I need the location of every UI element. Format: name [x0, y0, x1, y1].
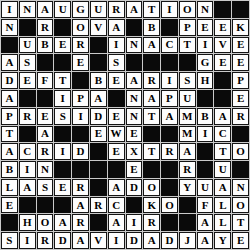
block-cell — [161, 126, 178, 143]
letter-cell[interactable]: E — [232, 54, 249, 71]
letter-cell[interactable]: R — [90, 197, 107, 214]
block-cell — [90, 54, 107, 71]
letter-cell[interactable]: E — [108, 143, 125, 160]
letter-cell[interactable]: T — [1, 126, 18, 143]
letter-cell[interactable]: J — [179, 232, 196, 249]
letter-cell[interactable]: A — [54, 214, 71, 231]
letter-cell[interactable]: G — [72, 1, 89, 18]
letter-cell[interactable]: A — [19, 179, 36, 196]
letter-cell[interactable]: E — [37, 108, 54, 125]
block-cell — [54, 54, 71, 71]
letter-cell[interactable]: E — [232, 232, 249, 249]
letter-cell[interactable]: I — [54, 90, 71, 107]
letter-cell[interactable]: A — [90, 90, 107, 107]
letter-cell[interactable]: S — [19, 54, 36, 71]
letter-cell[interactable]: R — [19, 108, 36, 125]
letter-cell[interactable]: D — [126, 232, 143, 249]
letter-cell[interactable]: I — [19, 161, 36, 178]
letter-cell[interactable]: O — [161, 197, 178, 214]
letter-cell[interactable]: A — [214, 108, 231, 125]
block-cell — [179, 197, 196, 214]
letter-cell[interactable]: P — [179, 19, 196, 36]
letter-cell[interactable]: R — [37, 143, 54, 160]
letter-cell[interactable]: O — [179, 1, 196, 18]
letter-cell[interactable]: W — [108, 126, 125, 143]
letter-cell[interactable]: I — [54, 143, 71, 160]
block-cell — [72, 72, 89, 89]
letter-cell[interactable]: E — [197, 19, 214, 36]
letter-cell[interactable]: D — [126, 179, 143, 196]
letter-cell[interactable]: E — [214, 54, 231, 71]
letter-cell[interactable]: E — [126, 126, 143, 143]
letter-cell[interactable]: R — [161, 143, 178, 160]
block-cell — [232, 126, 249, 143]
letter-cell[interactable]: A — [143, 37, 160, 54]
block-cell — [54, 197, 71, 214]
letter-cell[interactable]: I — [108, 37, 125, 54]
block-cell — [179, 54, 196, 71]
letter-cell[interactable]: I — [197, 37, 214, 54]
letter-cell[interactable]: R — [232, 108, 249, 125]
letter-cell[interactable]: N — [232, 179, 249, 196]
letter-cell[interactable]: Y — [214, 232, 231, 249]
letter-cell[interactable]: A — [143, 90, 160, 107]
block-cell — [37, 90, 54, 107]
letter-cell[interactable]: A — [108, 19, 125, 36]
letter-cell[interactable]: D — [54, 232, 71, 249]
letter-cell[interactable]: F — [37, 72, 54, 89]
letter-cell[interactable]: A — [126, 1, 143, 18]
block-cell — [37, 197, 54, 214]
block-cell — [214, 72, 231, 89]
block-cell — [19, 197, 36, 214]
letter-cell[interactable]: O — [232, 197, 249, 214]
letter-cell[interactable]: B — [197, 108, 214, 125]
letter-cell[interactable]: A — [1, 90, 18, 107]
letter-cell[interactable]: R — [37, 232, 54, 249]
letter-cell[interactable]: C — [19, 143, 36, 160]
letter-cell[interactable]: A — [143, 232, 160, 249]
letter-cell[interactable]: A — [197, 232, 214, 249]
letter-cell[interactable]: A — [37, 1, 54, 18]
letter-cell[interactable]: S — [1, 232, 18, 249]
letter-cell[interactable]: G — [197, 54, 214, 71]
letter-cell[interactable]: N — [197, 1, 214, 18]
letter-cell[interactable]: A — [214, 179, 231, 196]
letter-cell[interactable]: N — [126, 90, 143, 107]
letter-cell[interactable]: B — [37, 37, 54, 54]
letter-cell[interactable]: R — [108, 1, 125, 18]
letter-cell[interactable]: R — [143, 214, 160, 231]
crossword-board: INAUGURATIONNROVABPEEKUBERINACTIVEASESGE… — [0, 0, 250, 250]
letter-cell[interactable]: E — [232, 37, 249, 54]
letter-cell[interactable]: I — [126, 214, 143, 231]
letter-cell[interactable]: T — [143, 1, 160, 18]
block-cell — [126, 54, 143, 71]
letter-cell[interactable]: N — [37, 161, 54, 178]
block-cell — [143, 54, 160, 71]
block-cell — [126, 19, 143, 36]
letter-cell[interactable]: E — [126, 161, 143, 178]
letter-cell[interactable]: M — [179, 108, 196, 125]
letter-cell[interactable]: E — [108, 108, 125, 125]
letter-cell[interactable]: R — [179, 161, 196, 178]
letter-cell[interactable]: R — [72, 37, 89, 54]
letter-cell[interactable]: P — [232, 72, 249, 89]
block-cell — [161, 19, 178, 36]
block-cell — [214, 90, 231, 107]
letter-cell[interactable]: R — [37, 19, 54, 36]
letter-cell[interactable]: E — [90, 126, 107, 143]
letter-cell[interactable]: F — [197, 197, 214, 214]
letter-cell[interactable]: V — [214, 37, 231, 54]
letter-cell[interactable]: R — [72, 214, 89, 231]
letter-cell[interactable]: A — [179, 143, 196, 160]
block-cell — [1, 37, 18, 54]
block-cell — [108, 90, 125, 107]
letter-cell[interactable]: E — [108, 72, 125, 89]
letter-cell[interactable]: O — [232, 143, 249, 160]
letter-cell[interactable]: A — [72, 197, 89, 214]
block-cell — [90, 214, 107, 231]
letter-cell[interactable]: T — [179, 37, 196, 54]
block-cell — [54, 161, 71, 178]
letter-cell[interactable]: O — [72, 19, 89, 36]
letter-cell[interactable]: R — [143, 72, 160, 89]
letter-cell[interactable]: A — [161, 108, 178, 125]
letter-cell[interactable]: P — [161, 90, 178, 107]
letter-cell[interactable]: T — [143, 143, 160, 160]
letter-cell[interactable]: A — [108, 214, 125, 231]
letter-cell[interactable]: Y — [179, 179, 196, 196]
letter-cell[interactable]: T — [143, 108, 160, 125]
block-cell — [143, 126, 160, 143]
letter-cell[interactable]: A — [37, 126, 54, 143]
letter-cell[interactable]: E — [1, 197, 18, 214]
letter-cell[interactable]: V — [90, 19, 107, 36]
block-cell — [161, 214, 178, 231]
letter-cell[interactable]: E — [54, 179, 71, 196]
letter-cell[interactable]: I — [108, 232, 125, 249]
letter-cell[interactable]: S — [179, 72, 196, 89]
block-cell — [179, 214, 196, 231]
block-cell — [126, 197, 143, 214]
letter-cell[interactable]: T — [232, 214, 249, 231]
block-cell — [108, 161, 125, 178]
block-cell — [197, 143, 214, 160]
letter-cell[interactable]: N — [19, 1, 36, 18]
block-cell — [197, 161, 214, 178]
letter-cell[interactable]: U — [214, 161, 231, 178]
block-cell — [72, 161, 89, 178]
letter-cell[interactable]: U — [19, 37, 36, 54]
letter-cell[interactable]: H — [19, 214, 36, 231]
letter-cell[interactable]: I — [161, 72, 178, 89]
letter-cell[interactable]: I — [197, 126, 214, 143]
block-cell — [54, 126, 71, 143]
letter-cell[interactable]: E — [54, 37, 71, 54]
letter-cell[interactable]: A — [1, 54, 18, 71]
block-cell — [19, 90, 36, 107]
letter-cell[interactable]: A — [108, 179, 125, 196]
letter-cell[interactable]: U — [197, 179, 214, 196]
letter-cell[interactable]: K — [232, 19, 249, 36]
letter-cell[interactable]: I — [161, 1, 178, 18]
block-cell — [90, 179, 107, 196]
block-cell — [90, 161, 107, 178]
letter-cell[interactable]: I — [1, 1, 18, 18]
letter-cell[interactable]: U — [90, 1, 107, 18]
letter-cell[interactable]: N — [126, 37, 143, 54]
letter-cell[interactable]: B — [143, 19, 160, 36]
letter-cell[interactable]: P — [1, 108, 18, 125]
block-cell — [143, 161, 160, 178]
letter-cell[interactable]: M — [179, 126, 196, 143]
block-cell — [37, 54, 54, 71]
letter-cell[interactable]: L — [214, 214, 231, 231]
letter-cell[interactable]: X — [126, 143, 143, 160]
letter-cell[interactable]: T — [54, 72, 71, 89]
letter-cell[interactable]: E — [214, 19, 231, 36]
letter-cell[interactable]: D — [161, 232, 178, 249]
block-cell — [19, 126, 36, 143]
letter-cell[interactable]: D — [90, 108, 107, 125]
letter-cell[interactable]: A — [72, 232, 89, 249]
block-cell — [161, 179, 178, 196]
letter-cell[interactable]: E — [72, 54, 89, 71]
letter-cell[interactable]: L — [1, 179, 18, 196]
letter-cell[interactable]: I — [72, 108, 89, 125]
block-cell — [161, 161, 178, 178]
letter-cell[interactable]: C — [108, 197, 125, 214]
letter-cell[interactable]: B — [1, 161, 18, 178]
block-cell — [232, 1, 249, 18]
letter-cell[interactable]: I — [19, 232, 36, 249]
letter-cell[interactable]: E — [232, 90, 249, 107]
letter-cell[interactable]: O — [37, 214, 54, 231]
letter-cell[interactable]: R — [72, 179, 89, 196]
letter-cell[interactable]: C — [214, 126, 231, 143]
letter-cell[interactable]: N — [1, 19, 18, 36]
block-cell — [72, 126, 89, 143]
letter-cell[interactable]: D — [1, 72, 18, 89]
letter-cell[interactable]: A — [1, 143, 18, 160]
letter-cell[interactable]: L — [214, 197, 231, 214]
letter-cell[interactable]: E — [19, 72, 36, 89]
letter-cell[interactable]: T — [214, 143, 231, 160]
block-cell — [214, 1, 231, 18]
letter-cell[interactable]: D — [72, 143, 89, 160]
letter-cell[interactable]: S — [108, 54, 125, 71]
letter-cell[interactable]: U — [179, 90, 196, 107]
block-cell — [19, 19, 36, 36]
letter-cell[interactable]: S — [37, 179, 54, 196]
letter-cell[interactable]: B — [90, 72, 107, 89]
letter-cell[interactable]: A — [126, 72, 143, 89]
letter-cell[interactable]: C — [161, 37, 178, 54]
letter-cell[interactable]: U — [54, 1, 71, 18]
block-cell — [54, 19, 71, 36]
block-cell — [232, 161, 249, 178]
letter-cell[interactable]: V — [90, 232, 107, 249]
letter-cell[interactable]: O — [143, 179, 160, 196]
letter-cell[interactable]: N — [126, 108, 143, 125]
block-cell — [90, 37, 107, 54]
letter-cell[interactable]: K — [143, 197, 160, 214]
letter-cell[interactable]: S — [54, 108, 71, 125]
letter-cell[interactable]: P — [72, 90, 89, 107]
block-cell — [197, 90, 214, 107]
block-cell — [90, 143, 107, 160]
block-cell — [161, 54, 178, 71]
letter-cell[interactable]: A — [197, 214, 214, 231]
letter-cell[interactable]: H — [197, 72, 214, 89]
block-cell — [1, 214, 18, 231]
